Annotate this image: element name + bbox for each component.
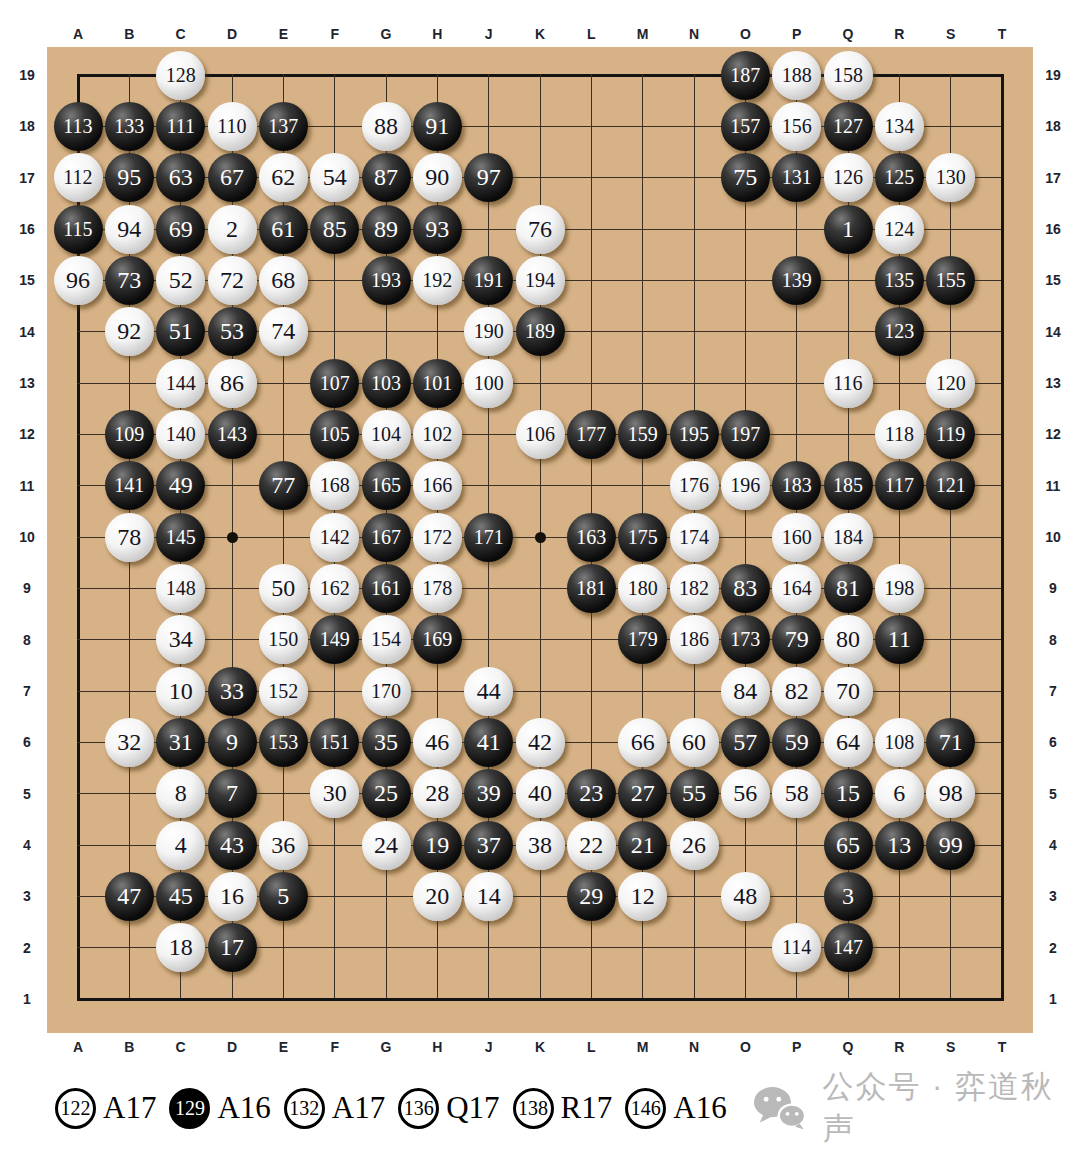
column-label: F [330,26,339,42]
stone-R17: 125 [875,153,924,202]
stone-D5: 7 [208,769,257,818]
stone-O3: 48 [721,872,770,921]
stone-L3: 29 [567,872,616,921]
stone-R12: 118 [875,410,924,459]
stone-D2: 17 [208,923,257,972]
stone-G15: 193 [362,256,411,305]
stone-J14: 190 [464,307,513,356]
stone-G18: 88 [362,102,411,151]
column-label: Q [843,26,854,42]
stone-P8: 79 [772,615,821,664]
stone-C5: 8 [156,769,205,818]
row-label: 12 [1045,426,1061,442]
stone-C16: 69 [156,205,205,254]
column-label: G [381,26,392,42]
stone-J13: 100 [464,359,513,408]
stone-H15: 192 [413,256,462,305]
stone-B12: 109 [105,410,154,459]
row-label: 4 [1049,837,1057,853]
wechat-icon [752,1085,808,1131]
caption-move-circle: 122 [55,1088,96,1129]
column-label: K [535,1039,545,1055]
stone-D16: 2 [208,205,257,254]
stone-R15: 135 [875,256,924,305]
stone-M8: 179 [618,615,667,664]
row-label: 18 [19,118,35,134]
column-label: P [792,1039,801,1055]
stone-C6: 31 [156,718,205,767]
stone-N6: 60 [670,718,719,767]
stone-H17: 90 [413,153,462,202]
row-label: 19 [19,67,35,83]
stone-G10: 167 [362,513,411,562]
stone-C13: 144 [156,359,205,408]
stone-O8: 173 [721,615,770,664]
stone-N10: 174 [670,513,719,562]
stone-A16: 115 [54,205,103,254]
stone-F17: 54 [310,153,359,202]
column-label: C [176,26,186,42]
column-label: S [946,26,955,42]
stone-Q8: 80 [824,615,873,664]
stone-C17: 63 [156,153,205,202]
stone-G6: 35 [362,718,411,767]
caption-item: 146A16 [625,1088,726,1129]
go-diagram-page: AABBCCDDEEFFGGHHJJKKLLMMNNOOPPQQRRSSTT19… [0,0,1080,1156]
stone-N11: 176 [670,461,719,510]
column-label: R [894,1039,904,1055]
grid-line-vertical [1001,74,1004,1001]
stone-H16: 93 [413,205,462,254]
stone-D7: 33 [208,667,257,716]
stone-F6: 151 [310,718,359,767]
stone-E8: 150 [259,615,308,664]
row-label: 13 [1045,375,1061,391]
stone-S5: 98 [926,769,975,818]
row-label: 5 [1049,786,1057,802]
stone-C2: 18 [156,923,205,972]
row-label: 16 [1045,221,1061,237]
stone-L12: 177 [567,410,616,459]
footer-account-text: 公众号 · 弈道秋声 [822,1066,1080,1150]
stone-Q2: 147 [824,923,873,972]
stone-F8: 149 [310,615,359,664]
stone-B15: 73 [105,256,154,305]
stone-L10: 163 [567,513,616,562]
stone-O11: 196 [721,461,770,510]
stone-R6: 108 [875,718,924,767]
stone-J7: 44 [464,667,513,716]
stone-M4: 21 [618,821,667,870]
stone-J10: 171 [464,513,513,562]
stone-P17: 131 [772,153,821,202]
column-label: D [227,1039,237,1055]
column-label: M [637,26,649,42]
stone-F5: 30 [310,769,359,818]
column-label: E [279,26,288,42]
stone-Q9: 81 [824,564,873,613]
row-label: 2 [23,940,31,956]
stone-O12: 197 [721,410,770,459]
stone-F12: 105 [310,410,359,459]
stone-J15: 191 [464,256,513,305]
stone-K4: 38 [516,821,565,870]
stone-Q10: 184 [824,513,873,562]
stone-D18: 110 [208,102,257,151]
stone-B14: 92 [105,307,154,356]
stone-J17: 97 [464,153,513,202]
column-label: Q [843,1039,854,1055]
stone-P6: 59 [772,718,821,767]
stone-S13: 120 [926,359,975,408]
column-label: O [740,26,751,42]
stone-Q13: 116 [824,359,873,408]
stone-C9: 148 [156,564,205,613]
stone-O9: 83 [721,564,770,613]
stone-H6: 46 [413,718,462,767]
stone-O18: 157 [721,102,770,151]
caption-point-label: A16 [673,1090,726,1126]
stone-R4: 13 [875,821,924,870]
stone-Q18: 127 [824,102,873,151]
column-label: R [894,26,904,42]
stone-L9: 181 [567,564,616,613]
column-label: A [73,26,83,42]
stone-F10: 142 [310,513,359,562]
stone-D6: 9 [208,718,257,767]
stone-C14: 51 [156,307,205,356]
caption-move-circle: 138 [513,1088,554,1129]
row-label: 18 [1045,118,1061,134]
column-label: T [998,1039,1007,1055]
caption-move-circle: 129 [169,1088,210,1129]
stone-G16: 89 [362,205,411,254]
stone-E16: 61 [259,205,308,254]
stone-P2: 114 [772,923,821,972]
stone-H12: 102 [413,410,462,459]
stone-E4: 36 [259,821,308,870]
stone-R9: 198 [875,564,924,613]
stone-C7: 10 [156,667,205,716]
row-label: 7 [23,683,31,699]
stone-K15: 194 [516,256,565,305]
stone-J4: 37 [464,821,513,870]
row-label: 5 [23,786,31,802]
row-label: 15 [1045,272,1061,288]
row-label: 16 [19,221,35,237]
column-label: F [330,1039,339,1055]
row-label: 3 [23,888,31,904]
stone-K6: 42 [516,718,565,767]
stone-P7: 82 [772,667,821,716]
stone-P18: 156 [772,102,821,151]
stone-M10: 175 [618,513,667,562]
grid-line-vertical [745,74,746,1001]
row-label: 10 [1045,529,1061,545]
stone-N12: 195 [670,410,719,459]
stone-O17: 75 [721,153,770,202]
column-label: T [998,26,1007,42]
caption-move-circle: 146 [625,1088,666,1129]
stone-D3: 16 [208,872,257,921]
column-label: A [73,1039,83,1055]
stone-N4: 26 [670,821,719,870]
stone-Q17: 126 [824,153,873,202]
stone-J3: 14 [464,872,513,921]
stone-H13: 101 [413,359,462,408]
stone-E6: 153 [259,718,308,767]
stone-P19: 188 [772,51,821,100]
stone-E15: 68 [259,256,308,305]
row-label: 11 [1046,478,1061,494]
stone-G11: 165 [362,461,411,510]
stone-D12: 143 [208,410,257,459]
stone-Q11: 185 [824,461,873,510]
row-label: 12 [19,426,35,442]
stone-E7: 152 [259,667,308,716]
row-label: 4 [23,837,31,853]
column-label: P [792,26,801,42]
stone-S17: 130 [926,153,975,202]
row-label: 1 [23,991,31,1007]
row-label: 8 [1049,632,1057,648]
column-label: D [227,26,237,42]
column-label: B [124,1039,134,1055]
caption-move-circle: 136 [398,1088,439,1129]
column-label: K [535,26,545,42]
column-label: J [485,26,493,42]
stone-Q7: 70 [824,667,873,716]
stone-K12: 106 [516,410,565,459]
star-point [535,532,546,543]
stone-B11: 141 [105,461,154,510]
stone-B10: 78 [105,513,154,562]
stone-F11: 168 [310,461,359,510]
stone-F13: 107 [310,359,359,408]
stone-E11: 77 [259,461,308,510]
caption-point-label: A17 [332,1090,385,1126]
stone-C10: 145 [156,513,205,562]
stone-E9: 50 [259,564,308,613]
stone-K5: 40 [516,769,565,818]
column-label: E [279,1039,288,1055]
grid-line-horizontal [77,998,1004,1001]
stone-R5: 6 [875,769,924,818]
stone-S11: 121 [926,461,975,510]
stone-Q6: 64 [824,718,873,767]
stone-M9: 180 [618,564,667,613]
stone-G13: 103 [362,359,411,408]
row-label: 9 [1049,580,1057,596]
stone-N9: 182 [670,564,719,613]
stone-E14: 74 [259,307,308,356]
stone-C3: 45 [156,872,205,921]
row-label: 3 [1049,888,1057,904]
stone-E18: 137 [259,102,308,151]
stone-A15: 96 [54,256,103,305]
stone-M12: 159 [618,410,667,459]
stone-O7: 84 [721,667,770,716]
stone-P15: 139 [772,256,821,305]
stone-Q16: 1 [824,205,873,254]
stone-F16: 85 [310,205,359,254]
caption-item: 138R17 [513,1088,613,1129]
stone-R14: 123 [875,307,924,356]
stone-K16: 76 [516,205,565,254]
stone-D17: 67 [208,153,257,202]
stone-D13: 86 [208,359,257,408]
stone-B6: 32 [105,718,154,767]
caption-item: 136Q17 [398,1088,499,1129]
stone-O6: 57 [721,718,770,767]
stone-G12: 104 [362,410,411,459]
row-label: 2 [1049,940,1057,956]
stone-C18: 111 [156,102,205,151]
stone-P5: 58 [772,769,821,818]
stone-H11: 166 [413,461,462,510]
move-caption: 122A17129A16132A17136Q17138R17146A16 [55,1082,740,1134]
stone-C15: 52 [156,256,205,305]
stone-D4: 43 [208,821,257,870]
wechat-footer: 公众号 · 弈道秋声 [752,1084,1080,1132]
stone-H18: 91 [413,102,462,151]
stone-C11: 49 [156,461,205,510]
caption-point-label: A16 [217,1090,270,1126]
stone-L5: 23 [567,769,616,818]
caption-item: 129A16 [169,1088,270,1129]
stone-S12: 119 [926,410,975,459]
caption-point-label: Q17 [446,1090,499,1126]
row-label: 17 [1045,170,1061,186]
column-label: H [432,1039,442,1055]
caption-point-label: A17 [103,1090,156,1126]
stone-D15: 72 [208,256,257,305]
row-label: 11 [20,478,35,494]
column-label: C [176,1039,186,1055]
row-label: 1 [1049,991,1057,1007]
stone-L4: 22 [567,821,616,870]
column-label: J [485,1039,493,1055]
stone-Q3: 3 [824,872,873,921]
caption-point-label: R17 [561,1090,613,1126]
stone-R18: 134 [875,102,924,151]
stone-J6: 41 [464,718,513,767]
stone-A17: 112 [54,153,103,202]
stone-H4: 19 [413,821,462,870]
stone-E17: 62 [259,153,308,202]
stone-B17: 95 [105,153,154,202]
column-label: H [432,26,442,42]
stone-B18: 133 [105,102,154,151]
stone-J5: 39 [464,769,513,818]
stone-S6: 71 [926,718,975,767]
stone-O19: 187 [721,51,770,100]
row-label: 6 [1049,734,1057,750]
stone-N8: 186 [670,615,719,664]
column-label: L [587,26,596,42]
stone-B3: 47 [105,872,154,921]
stone-S4: 99 [926,821,975,870]
stone-C19: 128 [156,51,205,100]
column-label: B [124,26,134,42]
stone-P9: 164 [772,564,821,613]
stone-Q19: 158 [824,51,873,100]
stone-B16: 94 [105,205,154,254]
caption-item: 132A17 [284,1088,385,1129]
stone-C8: 34 [156,615,205,664]
column-label: N [689,1039,699,1055]
row-label: 14 [19,324,35,340]
column-label: L [587,1039,596,1055]
stone-G5: 25 [362,769,411,818]
stone-D14: 53 [208,307,257,356]
row-label: 19 [1045,67,1061,83]
row-label: 17 [19,170,35,186]
row-label: 9 [23,580,31,596]
row-label: 14 [1045,324,1061,340]
stone-P10: 160 [772,513,821,562]
stone-H3: 20 [413,872,462,921]
stone-G7: 170 [362,667,411,716]
stone-H8: 169 [413,615,462,664]
column-label: M [637,1039,649,1055]
stone-G8: 154 [362,615,411,664]
stone-G17: 87 [362,153,411,202]
stone-C4: 4 [156,821,205,870]
stone-C12: 140 [156,410,205,459]
stone-A18: 113 [54,102,103,151]
stone-R16: 124 [875,205,924,254]
row-label: 10 [19,529,35,545]
stone-G4: 24 [362,821,411,870]
stone-H9: 178 [413,564,462,613]
stone-K14: 189 [516,307,565,356]
column-label: N [689,26,699,42]
stone-H5: 28 [413,769,462,818]
stone-Q5: 15 [824,769,873,818]
stone-M6: 66 [618,718,667,767]
stone-M5: 27 [618,769,667,818]
star-point [227,532,238,543]
stone-E3: 5 [259,872,308,921]
stone-F9: 162 [310,564,359,613]
stone-M3: 12 [618,872,667,921]
stone-G9: 161 [362,564,411,613]
stone-R8: 11 [875,615,924,664]
stone-S15: 155 [926,256,975,305]
caption-item: 122A17 [55,1088,156,1129]
row-label: 8 [23,632,31,648]
column-label: S [946,1039,955,1055]
stone-N5: 55 [670,769,719,818]
stone-P11: 183 [772,461,821,510]
column-label: O [740,1039,751,1055]
column-label: G [381,1039,392,1055]
row-label: 6 [23,734,31,750]
stone-R11: 117 [875,461,924,510]
row-label: 13 [19,375,35,391]
row-label: 7 [1049,683,1057,699]
stone-Q4: 65 [824,821,873,870]
row-label: 15 [19,272,35,288]
caption-move-circle: 132 [284,1088,325,1129]
stone-H10: 172 [413,513,462,562]
stone-O5: 56 [721,769,770,818]
